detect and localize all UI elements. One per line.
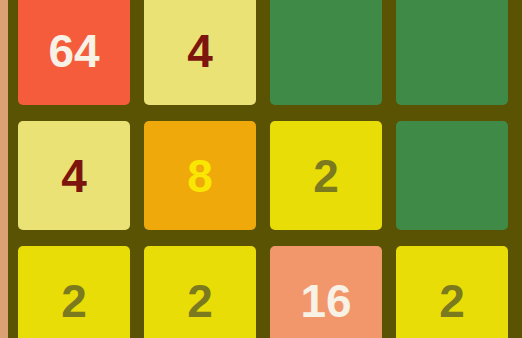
- cell-r1c1: 64: [18, 0, 130, 105]
- cell-r2c1: 4: [18, 121, 130, 230]
- game-screen: 64 4 4 8 2 2 2 16 2: [0, 0, 522, 338]
- cell-r3c4: 2: [396, 246, 508, 338]
- cell-r2c3: 2: [270, 121, 382, 230]
- cell-r1c2: 4: [144, 0, 256, 105]
- cell-r3c3: 16: [270, 246, 382, 338]
- cell-r3c2: 2: [144, 246, 256, 338]
- cell-r2c2: 8: [144, 121, 256, 230]
- 2048-board[interactable]: 64 4 4 8 2 2 2 16 2: [18, 0, 508, 338]
- cell-r2c4: [396, 121, 508, 230]
- screen-edge-strip: [0, 0, 8, 338]
- cell-r3c1: 2: [18, 246, 130, 338]
- cell-r1c3: [270, 0, 382, 105]
- cell-r1c4: [396, 0, 508, 105]
